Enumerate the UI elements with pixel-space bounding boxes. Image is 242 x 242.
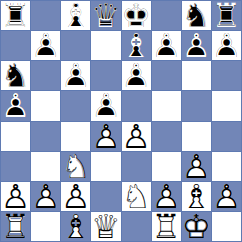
black-queen-icon: ♛ bbox=[91, 1, 120, 30]
square-h5[interactable] bbox=[212, 91, 241, 120]
white-bishop-outline-icon: ♗ bbox=[61, 212, 90, 241]
square-f6[interactable] bbox=[152, 61, 181, 90]
piece-black-king-e8[interactable]: ♚♔ bbox=[122, 1, 151, 30]
black-rook-icon: ♜ bbox=[1, 1, 30, 30]
white-rook-icon: ♜ bbox=[152, 212, 181, 241]
black-rook-outline-icon: ♖ bbox=[212, 1, 241, 30]
piece-black-queen-d8[interactable]: ♛♕ bbox=[91, 1, 120, 30]
square-h2[interactable]: ♟♙ bbox=[212, 182, 241, 211]
white-rook-outline-icon: ♖ bbox=[152, 212, 181, 241]
square-h6[interactable] bbox=[212, 61, 241, 90]
black-pawn-outline-icon: ♙ bbox=[61, 61, 90, 90]
black-rook-icon: ♜ bbox=[212, 1, 241, 30]
square-a1[interactable]: ♜♖ bbox=[1, 212, 30, 241]
piece-black-pawn-d5[interactable]: ♟♙ bbox=[91, 91, 120, 120]
black-pawn-outline-icon: ♙ bbox=[1, 91, 30, 120]
square-h8[interactable]: ♜♖ bbox=[212, 1, 241, 30]
white-rook-icon: ♜ bbox=[1, 212, 30, 241]
square-c7[interactable] bbox=[61, 31, 90, 60]
black-bishop-outline-icon: ♗ bbox=[61, 1, 90, 30]
piece-black-pawn-c6[interactable]: ♟♙ bbox=[61, 61, 90, 90]
black-knight-outline-icon: ♘ bbox=[182, 1, 211, 30]
black-knight-icon: ♞ bbox=[182, 1, 211, 30]
piece-black-bishop-e7[interactable]: ♝♗ bbox=[122, 31, 151, 60]
square-f2[interactable]: ♟♙ bbox=[152, 182, 181, 211]
white-pawn-outline-icon: ♙ bbox=[61, 182, 90, 211]
square-e5[interactable] bbox=[122, 91, 151, 120]
white-pawn-icon: ♟ bbox=[212, 182, 241, 211]
chess-board: ♜♖♝♗♛♕♚♔♞♘♜♖♟♙♝♗♟♙♟♙♟♙♞♘♟♙♟♙♟♙♟♙♟♙♟♙♞♘♟♙… bbox=[0, 0, 242, 242]
white-pawn-outline-icon: ♙ bbox=[152, 182, 181, 211]
square-a7[interactable] bbox=[1, 31, 30, 60]
piece-white-pawn-e4[interactable]: ♟♙ bbox=[122, 122, 151, 151]
square-f1[interactable]: ♜♖ bbox=[152, 212, 181, 241]
square-h1[interactable] bbox=[212, 212, 241, 241]
piece-white-pawn-f2[interactable]: ♟♙ bbox=[152, 182, 181, 211]
piece-white-pawn-h2[interactable]: ♟♙ bbox=[212, 182, 241, 211]
square-b8[interactable] bbox=[31, 1, 60, 30]
piece-white-pawn-d4[interactable]: ♟♙ bbox=[91, 122, 120, 151]
square-h7[interactable]: ♟♙ bbox=[212, 31, 241, 60]
square-c6[interactable]: ♟♙ bbox=[61, 61, 90, 90]
black-pawn-outline-icon: ♙ bbox=[152, 31, 181, 60]
white-pawn-outline-icon: ♙ bbox=[182, 152, 211, 181]
black-bishop-icon: ♝ bbox=[122, 31, 151, 60]
square-c5[interactable] bbox=[61, 91, 90, 120]
square-e8[interactable]: ♚♔ bbox=[122, 1, 151, 30]
square-a2[interactable]: ♟♙ bbox=[1, 182, 30, 211]
square-b1[interactable] bbox=[31, 212, 60, 241]
square-a6[interactable]: ♞♘ bbox=[1, 61, 30, 90]
square-g5[interactable] bbox=[182, 91, 211, 120]
white-pawn-icon: ♟ bbox=[122, 122, 151, 151]
piece-black-rook-h8[interactable]: ♜♖ bbox=[212, 1, 241, 30]
white-pawn-outline-icon: ♙ bbox=[91, 122, 120, 151]
black-pawn-icon: ♟ bbox=[1, 91, 30, 120]
white-knight-icon: ♞ bbox=[61, 152, 90, 181]
black-rook-outline-icon: ♖ bbox=[1, 1, 30, 30]
black-pawn-icon: ♟ bbox=[152, 31, 181, 60]
piece-white-pawn-b2[interactable]: ♟♙ bbox=[31, 182, 60, 211]
black-pawn-icon: ♟ bbox=[61, 61, 90, 90]
white-knight-outline-icon: ♘ bbox=[61, 152, 90, 181]
white-pawn-icon: ♟ bbox=[182, 152, 211, 181]
square-a8[interactable]: ♜♖ bbox=[1, 1, 30, 30]
black-pawn-icon: ♟ bbox=[91, 91, 120, 120]
square-d6[interactable] bbox=[91, 61, 120, 90]
black-pawn-outline-icon: ♙ bbox=[91, 91, 120, 120]
black-knight-outline-icon: ♘ bbox=[1, 61, 30, 90]
square-f7[interactable]: ♟♙ bbox=[152, 31, 181, 60]
white-pawn-outline-icon: ♙ bbox=[31, 182, 60, 211]
piece-black-knight-a6[interactable]: ♞♘ bbox=[1, 61, 30, 90]
white-pawn-icon: ♟ bbox=[152, 182, 181, 211]
square-b6[interactable] bbox=[31, 61, 60, 90]
piece-white-knight-c3[interactable]: ♞♘ bbox=[61, 152, 90, 181]
piece-white-king-g1[interactable]: ♚♔ bbox=[182, 212, 211, 241]
square-d4[interactable]: ♟♙ bbox=[91, 122, 120, 151]
piece-white-queen-d1[interactable]: ♛♕ bbox=[91, 212, 120, 241]
piece-black-pawn-f7[interactable]: ♟♙ bbox=[152, 31, 181, 60]
white-king-outline-icon: ♔ bbox=[182, 212, 211, 241]
square-h3[interactable] bbox=[212, 152, 241, 181]
white-pawn-icon: ♟ bbox=[31, 182, 60, 211]
black-queen-outline-icon: ♕ bbox=[91, 1, 120, 30]
piece-black-pawn-h7[interactable]: ♟♙ bbox=[212, 31, 241, 60]
square-g2[interactable]: ♝♗ bbox=[182, 182, 211, 211]
piece-white-rook-a1[interactable]: ♜♖ bbox=[1, 212, 30, 241]
white-knight-outline-icon: ♘ bbox=[122, 182, 151, 211]
square-g1[interactable]: ♚♔ bbox=[182, 212, 211, 241]
square-g6[interactable] bbox=[182, 61, 211, 90]
square-b5[interactable] bbox=[31, 91, 60, 120]
black-pawn-outline-icon: ♙ bbox=[182, 31, 211, 60]
white-bishop-icon: ♝ bbox=[61, 212, 90, 241]
white-queen-outline-icon: ♕ bbox=[91, 212, 120, 241]
square-b4[interactable] bbox=[31, 122, 60, 151]
square-a5[interactable]: ♟♙ bbox=[1, 91, 30, 120]
black-pawn-icon: ♟ bbox=[122, 61, 151, 90]
white-queen-icon: ♛ bbox=[91, 212, 120, 241]
white-pawn-icon: ♟ bbox=[91, 122, 120, 151]
white-king-icon: ♚ bbox=[182, 212, 211, 241]
black-bishop-outline-icon: ♗ bbox=[122, 31, 151, 60]
black-pawn-icon: ♟ bbox=[31, 31, 60, 60]
piece-black-rook-a8[interactable]: ♜♖ bbox=[1, 1, 30, 30]
piece-white-bishop-c1[interactable]: ♝♗ bbox=[61, 212, 90, 241]
piece-black-pawn-e6[interactable]: ♟♙ bbox=[122, 61, 151, 90]
piece-black-pawn-b7[interactable]: ♟♙ bbox=[31, 31, 60, 60]
square-d7[interactable] bbox=[91, 31, 120, 60]
black-pawn-outline-icon: ♙ bbox=[122, 61, 151, 90]
square-g4[interactable] bbox=[182, 122, 211, 151]
white-pawn-outline-icon: ♙ bbox=[1, 182, 30, 211]
square-c2[interactable]: ♟♙ bbox=[61, 182, 90, 211]
square-b3[interactable] bbox=[31, 152, 60, 181]
square-g8[interactable]: ♞♘ bbox=[182, 1, 211, 30]
piece-white-rook-f1[interactable]: ♜♖ bbox=[152, 212, 181, 241]
square-h4[interactable] bbox=[212, 122, 241, 151]
piece-black-knight-g8[interactable]: ♞♘ bbox=[182, 1, 211, 30]
square-f5[interactable] bbox=[152, 91, 181, 120]
black-pawn-icon: ♟ bbox=[212, 31, 241, 60]
piece-white-bishop-g2[interactable]: ♝♗ bbox=[182, 182, 211, 211]
square-e3[interactable] bbox=[122, 152, 151, 181]
piece-white-pawn-c2[interactable]: ♟♙ bbox=[61, 182, 90, 211]
piece-white-pawn-g3[interactable]: ♟♙ bbox=[182, 152, 211, 181]
square-e2[interactable]: ♞♘ bbox=[122, 182, 151, 211]
piece-black-bishop-c8[interactable]: ♝♗ bbox=[61, 1, 90, 30]
square-g3[interactable]: ♟♙ bbox=[182, 152, 211, 181]
square-d8[interactable]: ♛♕ bbox=[91, 1, 120, 30]
black-bishop-icon: ♝ bbox=[61, 1, 90, 30]
black-knight-icon: ♞ bbox=[1, 61, 30, 90]
square-b7[interactable]: ♟♙ bbox=[31, 31, 60, 60]
white-pawn-outline-icon: ♙ bbox=[122, 122, 151, 151]
white-rook-outline-icon: ♖ bbox=[1, 212, 30, 241]
square-f8[interactable] bbox=[152, 1, 181, 30]
square-e4[interactable]: ♟♙ bbox=[122, 122, 151, 151]
square-d1[interactable]: ♛♕ bbox=[91, 212, 120, 241]
black-pawn-outline-icon: ♙ bbox=[212, 31, 241, 60]
square-f3[interactable] bbox=[152, 152, 181, 181]
piece-black-pawn-a5[interactable]: ♟♙ bbox=[1, 91, 30, 120]
square-c8[interactable]: ♝♗ bbox=[61, 1, 90, 30]
square-b2[interactable]: ♟♙ bbox=[31, 182, 60, 211]
black-king-icon: ♚ bbox=[122, 1, 151, 30]
square-e1[interactable] bbox=[122, 212, 151, 241]
white-bishop-icon: ♝ bbox=[182, 182, 211, 211]
piece-white-pawn-a2[interactable]: ♟♙ bbox=[1, 182, 30, 211]
square-f4[interactable] bbox=[152, 122, 181, 151]
square-c4[interactable] bbox=[61, 122, 90, 151]
square-e6[interactable]: ♟♙ bbox=[122, 61, 151, 90]
square-d2[interactable] bbox=[91, 182, 120, 211]
square-e7[interactable]: ♝♗ bbox=[122, 31, 151, 60]
white-knight-icon: ♞ bbox=[122, 182, 151, 211]
square-d3[interactable] bbox=[91, 152, 120, 181]
square-d5[interactable]: ♟♙ bbox=[91, 91, 120, 120]
white-pawn-icon: ♟ bbox=[61, 182, 90, 211]
square-a3[interactable] bbox=[1, 152, 30, 181]
square-c3[interactable]: ♞♘ bbox=[61, 152, 90, 181]
black-pawn-icon: ♟ bbox=[182, 31, 211, 60]
piece-white-knight-e2[interactable]: ♞♘ bbox=[122, 182, 151, 211]
square-g7[interactable]: ♟♙ bbox=[182, 31, 211, 60]
white-pawn-outline-icon: ♙ bbox=[212, 182, 241, 211]
square-c1[interactable]: ♝♗ bbox=[61, 212, 90, 241]
black-king-outline-icon: ♔ bbox=[122, 1, 151, 30]
white-bishop-outline-icon: ♗ bbox=[182, 182, 211, 211]
square-a4[interactable] bbox=[1, 122, 30, 151]
piece-black-pawn-g7[interactable]: ♟♙ bbox=[182, 31, 211, 60]
black-pawn-outline-icon: ♙ bbox=[31, 31, 60, 60]
white-pawn-icon: ♟ bbox=[1, 182, 30, 211]
